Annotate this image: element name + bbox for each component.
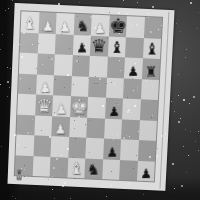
speckle <box>70 198 71 199</box>
square-r0c4[interactable]: ♟ <box>91 15 110 36</box>
speckle <box>198 131 199 132</box>
speckle <box>193 96 195 98</box>
square-r0c6[interactable] <box>126 16 145 37</box>
piece-bP[interactable]: ♟ <box>103 145 121 158</box>
piece-wP[interactable]: ♟ <box>36 81 54 94</box>
square-r1c2[interactable] <box>55 34 73 55</box>
crown-emblem-letter: W <box>12 176 27 182</box>
square-r6c7[interactable] <box>137 140 155 161</box>
square-r6c6[interactable] <box>120 139 138 160</box>
speckle <box>79 2 80 3</box>
speckle <box>183 99 185 101</box>
square-r3c1[interactable]: ♟ <box>36 74 54 95</box>
square-r0c1[interactable]: ♟ <box>38 12 56 33</box>
speckle <box>197 28 198 29</box>
square-r6c3[interactable] <box>68 137 86 158</box>
square-r7c3[interactable]: ♝ <box>67 157 85 178</box>
square-r2c0[interactable] <box>19 53 37 74</box>
speckle <box>186 49 187 50</box>
square-r3c7[interactable] <box>140 79 159 100</box>
speckle <box>0 84 1 85</box>
square-r4c6[interactable] <box>122 98 140 119</box>
square-r7c1[interactable] <box>32 156 50 177</box>
board-grid: ♝♟♟♞♟♚♟♛♝♝♟♜♟♛♟♚♟♟♟♝♞♟ <box>15 11 162 181</box>
piece-wB[interactable]: ♝ <box>67 161 85 177</box>
speckle <box>178 95 179 96</box>
speckle <box>10 68 11 69</box>
square-r6c4[interactable] <box>85 138 103 159</box>
square-r2c7[interactable]: ♜ <box>141 58 160 79</box>
piece-wP[interactable]: ♟ <box>52 102 70 115</box>
square-r6c5[interactable]: ♟ <box>103 138 121 159</box>
square-r0c0[interactable]: ♝ <box>21 11 39 32</box>
square-r4c1[interactable]: ♛ <box>35 95 53 116</box>
square-r5c6[interactable] <box>121 119 139 140</box>
speckle <box>7 96 8 97</box>
square-r4c5[interactable]: ♟ <box>105 98 123 119</box>
speckle <box>189 103 190 104</box>
square-r7c6[interactable] <box>119 160 137 181</box>
speckle <box>143 194 144 195</box>
piece-bN[interactable]: ♞ <box>74 19 92 34</box>
square-r2c4[interactable] <box>89 56 107 77</box>
square-r1c3[interactable]: ♟ <box>72 34 90 55</box>
speckle <box>137 2 138 3</box>
square-r4c0[interactable] <box>17 94 35 115</box>
square-r3c0[interactable] <box>18 73 36 94</box>
piece-bR[interactable]: ♜ <box>142 64 160 78</box>
speckle <box>180 118 181 119</box>
speckle <box>183 146 184 147</box>
speckle <box>123 0 124 1</box>
square-r0c2[interactable]: ♟ <box>56 13 74 34</box>
piece-bP[interactable]: ♟ <box>73 41 91 54</box>
square-r3c6[interactable] <box>123 78 141 99</box>
square-r4c7[interactable] <box>139 99 157 120</box>
speckle <box>174 188 175 189</box>
speckle <box>12 196 13 197</box>
square-r1c4[interactable]: ♛ <box>90 35 108 56</box>
piece-wP[interactable]: ♟ <box>38 19 56 32</box>
speckle <box>106 196 107 197</box>
speckle <box>180 31 181 32</box>
square-r6c0[interactable] <box>16 135 34 156</box>
square-r4c3[interactable]: ♚ <box>70 96 88 117</box>
piece-bP[interactable]: ♟ <box>137 167 154 180</box>
photo-background: ········ ♝♟♟♞♟♚♟♛♝♝♟♜♟♛♟♚♟♟♟♝♞♟ ♛ W <box>0 0 200 200</box>
square-r1c1[interactable] <box>37 33 55 54</box>
speckle <box>7 67 8 68</box>
speckle <box>178 74 179 75</box>
piece-wB[interactable]: ♝ <box>21 15 39 31</box>
speckle <box>152 6 154 8</box>
speckle <box>176 23 177 24</box>
speckle <box>15 198 16 199</box>
square-r5c7[interactable] <box>138 120 156 141</box>
square-r2c6[interactable]: ♟ <box>124 57 143 78</box>
piece-bN[interactable]: ♞ <box>85 163 103 178</box>
brand-emblem: ♛ W <box>12 169 27 182</box>
square-r4c2[interactable]: ♟ <box>52 95 70 116</box>
square-r1c5[interactable]: ♝ <box>107 36 126 57</box>
piece-bP[interactable]: ♟ <box>105 104 123 117</box>
speckle <box>5 10 6 11</box>
speckle <box>190 131 191 132</box>
piece-wQ[interactable]: ♛ <box>35 96 53 114</box>
square-r0c5[interactable]: ♚ <box>108 15 127 36</box>
speckle <box>9 87 10 88</box>
square-r5c2[interactable]: ♟ <box>51 116 69 137</box>
speckle <box>195 141 196 142</box>
speckle <box>7 81 9 83</box>
piece-bB[interactable]: ♝ <box>143 41 161 57</box>
square-r1c6[interactable] <box>125 37 144 58</box>
square-r0c3[interactable]: ♞ <box>73 14 91 35</box>
speckle <box>172 163 174 165</box>
speckle <box>2 34 3 35</box>
speckle <box>190 2 192 4</box>
speckle <box>171 101 172 102</box>
piece-bQ[interactable]: ♛ <box>90 37 108 55</box>
speckle <box>181 185 183 187</box>
speckle <box>54 198 55 199</box>
piece-bB[interactable]: ♝ <box>108 40 126 56</box>
speckle <box>8 8 9 9</box>
square-r2c1[interactable] <box>36 53 54 74</box>
square-r6c1[interactable] <box>33 135 51 156</box>
square-r3c5[interactable] <box>106 77 124 98</box>
square-r2c3[interactable] <box>71 55 89 76</box>
speckle <box>1 146 2 147</box>
square-r4c4[interactable] <box>87 97 105 118</box>
square-r5c0[interactable] <box>16 114 34 135</box>
speckle <box>174 111 175 112</box>
square-r1c0[interactable] <box>20 32 38 53</box>
square-r5c5[interactable] <box>104 118 122 139</box>
speckle <box>198 12 199 13</box>
square-r6c2[interactable] <box>50 136 68 157</box>
speckle <box>185 129 186 130</box>
square-r7c5[interactable] <box>102 159 120 180</box>
piece-wP[interactable]: ♟ <box>56 20 74 33</box>
square-r1c7[interactable]: ♝ <box>142 38 161 59</box>
square-r5c4[interactable] <box>86 117 104 138</box>
piece-bP[interactable]: ♟ <box>124 64 142 77</box>
square-r2c2[interactable] <box>54 54 72 75</box>
square-r7c4[interactable]: ♞ <box>84 158 102 179</box>
square-r3c4[interactable] <box>88 76 106 97</box>
square-r5c3[interactable] <box>69 117 87 138</box>
speckle <box>186 172 187 173</box>
speckle <box>198 150 199 151</box>
square-r5c1[interactable] <box>34 115 52 136</box>
speckle <box>52 189 53 190</box>
brand-text-vertical: ········ <box>13 55 19 73</box>
piece-wP[interactable]: ♟ <box>52 123 70 136</box>
speckle <box>12 0 13 1</box>
square-r7c2[interactable] <box>50 156 68 177</box>
piece-wP[interactable]: ♟ <box>91 21 109 34</box>
square-r2c5[interactable] <box>106 57 124 78</box>
speckle <box>0 49 1 50</box>
speckle <box>185 57 186 58</box>
piece-bK[interactable]: ♚ <box>109 15 127 35</box>
speckle <box>188 155 189 156</box>
chess-board: ········ ♝♟♟♞♟♚♟♛♝♝♟♜♟♛♟♚♟♟♟♝♞♟ ♛ W <box>7 3 174 191</box>
speckle <box>178 121 180 123</box>
square-r7c7[interactable]: ♟ <box>136 160 154 181</box>
square-r3c2[interactable] <box>53 75 71 96</box>
piece-wK[interactable]: ♚ <box>70 96 88 116</box>
square-r0c7[interactable] <box>143 17 162 38</box>
